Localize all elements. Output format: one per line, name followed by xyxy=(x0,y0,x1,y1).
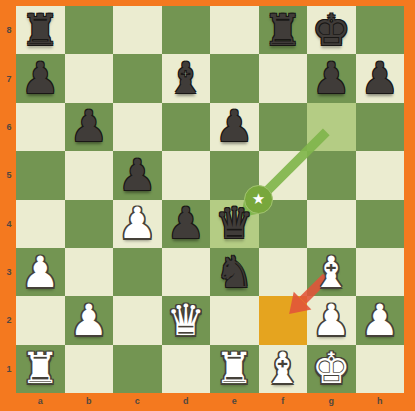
black-bishop[interactable]: ♝ xyxy=(162,54,211,102)
rank-label-6: 6 xyxy=(6,122,11,132)
black-pawn[interactable]: ♟ xyxy=(307,54,356,102)
square-h5[interactable] xyxy=(356,151,405,199)
star-glyph: ★ xyxy=(252,192,265,207)
square-c6[interactable] xyxy=(113,103,162,151)
square-h1[interactable] xyxy=(356,345,405,393)
square-b7[interactable] xyxy=(65,54,114,102)
file-label-d: d xyxy=(183,396,189,406)
rank-label-2: 2 xyxy=(6,315,11,325)
square-f7[interactable] xyxy=(259,54,308,102)
square-g6[interactable] xyxy=(307,103,356,151)
black-pawn[interactable]: ♟ xyxy=(113,151,162,199)
white-pawn[interactable]: ♟ xyxy=(65,296,114,344)
square-h3[interactable] xyxy=(356,248,405,296)
square-c1[interactable] xyxy=(113,345,162,393)
white-rook[interactable]: ♜ xyxy=(210,345,259,393)
white-rook[interactable]: ♜ xyxy=(16,345,65,393)
black-king[interactable]: ♚ xyxy=(307,6,356,54)
file-label-f: f xyxy=(281,396,284,406)
square-d6[interactable] xyxy=(162,103,211,151)
square-d1[interactable] xyxy=(162,345,211,393)
square-h8[interactable] xyxy=(356,6,405,54)
rank-label-1: 1 xyxy=(6,364,11,374)
black-pawn[interactable]: ♟ xyxy=(162,200,211,248)
square-d5[interactable] xyxy=(162,151,211,199)
square-d8[interactable] xyxy=(162,6,211,54)
file-label-h: h xyxy=(377,396,383,406)
square-c3[interactable] xyxy=(113,248,162,296)
file-label-a: a xyxy=(38,396,43,406)
black-pawn[interactable]: ♟ xyxy=(356,54,405,102)
black-rook[interactable]: ♜ xyxy=(16,6,65,54)
black-pawn[interactable]: ♟ xyxy=(16,54,65,102)
file-label-c: c xyxy=(135,396,140,406)
square-a2[interactable] xyxy=(16,296,65,344)
square-h6[interactable] xyxy=(356,103,405,151)
square-b3[interactable] xyxy=(65,248,114,296)
best-move-star-icon: ★ xyxy=(244,185,273,214)
white-bishop[interactable]: ♝ xyxy=(259,345,308,393)
white-pawn[interactable]: ♟ xyxy=(113,200,162,248)
white-pawn[interactable]: ♟ xyxy=(16,248,65,296)
square-g5[interactable] xyxy=(307,151,356,199)
rank-label-4: 4 xyxy=(6,219,11,229)
square-c8[interactable] xyxy=(113,6,162,54)
square-a5[interactable] xyxy=(16,151,65,199)
file-label-g: g xyxy=(329,396,335,406)
square-b8[interactable] xyxy=(65,6,114,54)
white-pawn[interactable]: ♟ xyxy=(356,296,405,344)
square-f6[interactable] xyxy=(259,103,308,151)
white-bishop[interactable]: ♝ xyxy=(307,248,356,296)
square-d3[interactable] xyxy=(162,248,211,296)
file-label-b: b xyxy=(86,396,92,406)
black-pawn[interactable]: ♟ xyxy=(210,103,259,151)
square-b5[interactable] xyxy=(65,151,114,199)
square-e2[interactable] xyxy=(210,296,259,344)
file-label-e: e xyxy=(232,396,237,406)
square-e7[interactable] xyxy=(210,54,259,102)
white-pawn[interactable]: ♟ xyxy=(307,296,356,344)
square-g4[interactable] xyxy=(307,200,356,248)
square-a4[interactable] xyxy=(16,200,65,248)
square-b4[interactable] xyxy=(65,200,114,248)
chess-app-window: ♜♜♚♟♝♟♟♟♟♟♟♟♛♟♞♝♟♛♟♟♜♜♝♚ 87654321abcdefg… xyxy=(0,0,415,411)
rank-label-3: 3 xyxy=(6,267,11,277)
rank-label-5: 5 xyxy=(6,170,11,180)
white-king[interactable]: ♚ xyxy=(307,345,356,393)
square-h4[interactable] xyxy=(356,200,405,248)
square-f3[interactable] xyxy=(259,248,308,296)
white-queen[interactable]: ♛ xyxy=(162,296,211,344)
rank-label-8: 8 xyxy=(6,25,11,35)
square-c7[interactable] xyxy=(113,54,162,102)
square-b1[interactable] xyxy=(65,345,114,393)
rank-label-7: 7 xyxy=(6,74,11,84)
black-pawn[interactable]: ♟ xyxy=(65,103,114,151)
square-c2[interactable] xyxy=(113,296,162,344)
square-f2[interactable] xyxy=(259,296,308,344)
black-rook[interactable]: ♜ xyxy=(259,6,308,54)
square-a6[interactable] xyxy=(16,103,65,151)
square-e8[interactable] xyxy=(210,6,259,54)
black-knight[interactable]: ♞ xyxy=(210,248,259,296)
